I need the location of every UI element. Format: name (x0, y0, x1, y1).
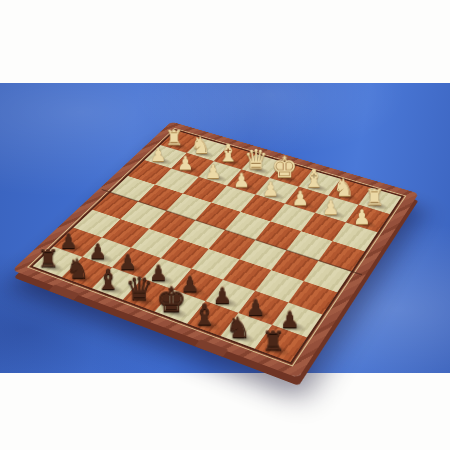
board-grid: ♜♞♝♛♚♝♞♜♟♟♟♟♟♟♟♟♟♟♟♟♟♟♟♟♜♞♝♛♚♝♞♜ (30, 129, 404, 364)
black-rook: ♜ (248, 328, 299, 355)
board-foot (195, 339, 229, 357)
board-foot (48, 285, 79, 301)
chess-board: ♜♞♝♛♚♝♞♜♟♟♟♟♟♟♟♟♟♟♟♟♟♟♟♟♜♞♝♛♚♝♞♜ (12, 122, 419, 378)
blue-fabric-backdrop: ♜♞♝♛♚♝♞♜♟♟♟♟♟♟♟♟♟♟♟♟♟♟♟♟♜♞♝♛♚♝♞♜ (0, 83, 450, 373)
white-pawn: ♟ (340, 207, 384, 227)
photo-scene: ♜♞♝♛♚♝♞♜♟♟♟♟♟♟♟♟♟♟♟♟♟♟♟♟♜♞♝♛♚♝♞♜ (0, 83, 450, 373)
square-h2: ♟ (346, 205, 390, 233)
